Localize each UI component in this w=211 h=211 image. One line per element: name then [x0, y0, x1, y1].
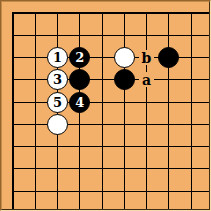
board-edge-line-left	[12, 12, 14, 209]
black-stone-move-4: 4	[69, 92, 90, 113]
black-stone	[158, 47, 179, 68]
grid-line-horizontal	[12, 79, 209, 80]
grid-line-horizontal	[12, 35, 209, 36]
grid-line-vertical	[191, 12, 192, 209]
white-stone-move-1: 1	[47, 47, 68, 68]
board-frame: ba12354	[1, 1, 210, 210]
grid-line-horizontal	[12, 102, 209, 103]
grid-line-horizontal	[12, 124, 209, 125]
white-stone-move-5: 5	[47, 92, 68, 113]
point-label-a: a	[139, 72, 154, 87]
white-stone	[47, 114, 68, 135]
black-stone	[114, 69, 135, 90]
grid-line-horizontal	[12, 146, 209, 147]
grid-line-vertical	[102, 12, 103, 209]
go-board: ba12354	[2, 2, 209, 209]
board-edge-line-top	[12, 12, 209, 14]
black-stone	[69, 69, 90, 90]
grid-line-vertical	[146, 12, 147, 209]
go-diagram: ba12354	[0, 0, 211, 211]
grid-line-horizontal	[12, 191, 209, 192]
point-label-b: b	[139, 50, 154, 65]
grid-line-vertical	[35, 12, 36, 209]
black-stone-move-2: 2	[69, 47, 90, 68]
grid-line-horizontal	[12, 168, 209, 169]
white-stone-move-3: 3	[47, 69, 68, 90]
grid-line-horizontal	[12, 57, 209, 58]
grid-line-vertical	[168, 12, 169, 209]
white-stone	[114, 47, 135, 68]
grid-line-vertical	[124, 12, 125, 209]
